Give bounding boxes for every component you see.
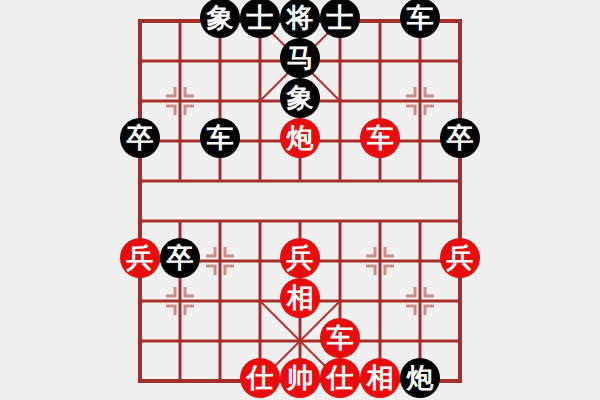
star-point-mark xyxy=(185,287,194,296)
star-point-mark xyxy=(166,287,175,296)
star-point-mark xyxy=(366,247,375,256)
xiangqi-app-background: 象士将士车马象卒车炮车卒兵卒兵兵相车仕帅仕相炮 xyxy=(0,0,600,400)
star-point-mark xyxy=(206,247,215,256)
star-point-mark xyxy=(385,247,394,256)
piece-red-advisor[interactable]: 仕 xyxy=(320,358,360,398)
star-point-mark xyxy=(406,106,415,115)
piece-black-horse[interactable]: 马 xyxy=(280,38,320,78)
star-point-mark xyxy=(425,287,434,296)
star-point-mark xyxy=(185,106,194,115)
piece-black-elephant[interactable]: 象 xyxy=(280,78,320,118)
piece-black-chariot[interactable]: 车 xyxy=(200,118,240,158)
star-point-mark xyxy=(425,87,434,96)
piece-red-cannon[interactable]: 炮 xyxy=(280,118,320,158)
piece-black-pawn[interactable]: 卒 xyxy=(120,118,160,158)
piece-red-pawn[interactable]: 兵 xyxy=(440,238,480,278)
piece-red-pawn[interactable]: 兵 xyxy=(280,238,320,278)
piece-red-pawn[interactable]: 兵 xyxy=(120,238,160,278)
star-point-mark xyxy=(406,306,415,315)
star-point-mark xyxy=(225,266,234,275)
star-point-mark xyxy=(225,247,234,256)
piece-red-advisor[interactable]: 仕 xyxy=(240,358,280,398)
star-point-mark xyxy=(385,266,394,275)
piece-red-elephant[interactable]: 相 xyxy=(280,278,320,318)
piece-red-elephant[interactable]: 相 xyxy=(360,358,400,398)
star-point-mark xyxy=(166,106,175,115)
star-point-mark xyxy=(185,306,194,315)
piece-black-cannon[interactable]: 炮 xyxy=(400,358,440,398)
star-point-mark xyxy=(166,306,175,315)
piece-black-pawn[interactable]: 卒 xyxy=(440,118,480,158)
star-point-mark xyxy=(406,87,415,96)
star-point-mark xyxy=(425,306,434,315)
star-point-mark xyxy=(185,87,194,96)
piece-red-chariot[interactable]: 车 xyxy=(320,318,360,358)
star-point-mark xyxy=(206,266,215,275)
xiangqi-board: 象士将士车马象卒车炮车卒兵卒兵兵相车仕帅仕相炮 xyxy=(0,0,600,400)
piece-red-general[interactable]: 帅 xyxy=(280,358,320,398)
star-point-mark xyxy=(366,266,375,275)
star-point-mark xyxy=(425,106,434,115)
piece-black-pawn[interactable]: 卒 xyxy=(160,238,200,278)
star-point-mark xyxy=(406,287,415,296)
piece-red-chariot[interactable]: 车 xyxy=(360,118,400,158)
star-point-mark xyxy=(166,87,175,96)
